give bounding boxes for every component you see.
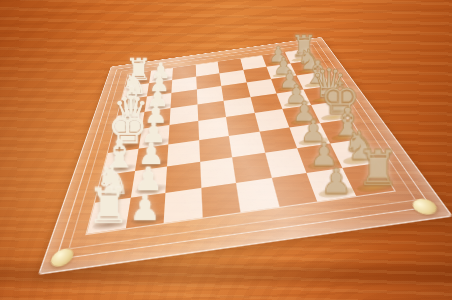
square-d5[interactable] [224, 97, 255, 117]
square-h3[interactable] [164, 187, 202, 223]
white-rook[interactable]: ♜ [87, 182, 126, 231]
square-h1[interactable]: ♜ [87, 197, 130, 233]
board-foot-left [49, 247, 76, 268]
square-h2[interactable]: ♟ [125, 192, 165, 228]
wooden-table-surface: ♜♟♟♜♞♟♟♞♝♟♟♝♛♟♟♛♚♟♟♚♝♟♟♝♞♟♟♞♜♟♟♜ [0, 0, 452, 300]
square-c5[interactable] [221, 83, 250, 101]
black-rook[interactable]: ♜ [355, 144, 394, 193]
square-d4[interactable] [197, 101, 226, 121]
scene: ♜♟♟♜♞♟♟♞♝♟♟♝♛♟♟♛♚♟♟♚♝♟♟♝♞♟♟♞♜♟♟♜ [0, 0, 452, 300]
square-h6[interactable] [271, 173, 317, 207]
square-h4[interactable] [201, 182, 241, 217]
square-h7[interactable]: ♟ [306, 168, 355, 202]
black-pawn[interactable]: ♟ [317, 163, 356, 198]
white-pawn[interactable]: ♟ [125, 190, 164, 225]
chess-board: ♜♟♟♜♞♟♟♞♝♟♟♝♛♟♟♛♚♟♟♚♝♟♟♝♞♟♟♞♜♟♟♜ [38, 37, 452, 275]
square-e5[interactable] [226, 113, 259, 136]
board-squares-grid: ♜♟♟♜♞♟♟♞♝♟♟♝♛♟♟♛♚♟♟♚♝♟♟♝♞♟♟♞♜♟♟♜ [87, 49, 394, 234]
board-foot-right [409, 198, 441, 216]
